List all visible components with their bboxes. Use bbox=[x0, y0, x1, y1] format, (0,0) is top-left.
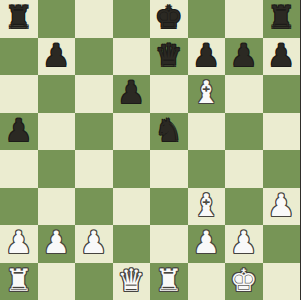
square-b3[interactable] bbox=[38, 188, 76, 226]
square-f6[interactable]: ♝ bbox=[188, 75, 226, 113]
square-a3[interactable] bbox=[0, 188, 38, 226]
white-pawn-g2[interactable]: ♟ bbox=[230, 227, 258, 258]
square-h3[interactable]: ♟ bbox=[263, 188, 301, 226]
square-d5[interactable] bbox=[113, 113, 151, 151]
square-g5[interactable] bbox=[225, 113, 263, 151]
square-b4[interactable] bbox=[38, 150, 76, 188]
square-f1[interactable] bbox=[188, 263, 226, 300]
square-b1[interactable] bbox=[38, 263, 76, 300]
square-a1[interactable]: ♜ bbox=[0, 263, 38, 300]
square-b7[interactable]: ♟ bbox=[38, 38, 76, 76]
square-b2[interactable]: ♟ bbox=[38, 225, 76, 263]
square-a8[interactable]: ♜ bbox=[0, 0, 38, 38]
black-pawn-a5[interactable]: ♟ bbox=[5, 115, 33, 146]
square-c6[interactable] bbox=[75, 75, 113, 113]
square-a5[interactable]: ♟ bbox=[0, 113, 38, 151]
chess-board: ♜♚♜♟♛♟♟♟♟♝♟♞♝♟♟♟♟♟♟♜♛♜♚ bbox=[0, 0, 300, 300]
square-b8[interactable] bbox=[38, 0, 76, 38]
square-d4[interactable] bbox=[113, 150, 151, 188]
white-bishop-f3[interactable]: ♝ bbox=[192, 190, 220, 221]
square-h2[interactable] bbox=[263, 225, 301, 263]
white-pawn-a2[interactable]: ♟ bbox=[5, 227, 33, 258]
square-c2[interactable]: ♟ bbox=[75, 225, 113, 263]
black-pawn-h7[interactable]: ♟ bbox=[267, 40, 295, 71]
black-knight-e5[interactable]: ♞ bbox=[155, 115, 183, 146]
square-h6[interactable] bbox=[263, 75, 301, 113]
white-rook-e1[interactable]: ♜ bbox=[155, 265, 183, 296]
square-c1[interactable] bbox=[75, 263, 113, 300]
square-e5[interactable]: ♞ bbox=[150, 113, 188, 151]
black-rook-a8[interactable]: ♜ bbox=[5, 2, 33, 33]
square-g1[interactable]: ♚ bbox=[225, 263, 263, 300]
square-e3[interactable] bbox=[150, 188, 188, 226]
square-f3[interactable]: ♝ bbox=[188, 188, 226, 226]
square-d3[interactable] bbox=[113, 188, 151, 226]
square-d8[interactable] bbox=[113, 0, 151, 38]
square-c4[interactable] bbox=[75, 150, 113, 188]
square-d7[interactable] bbox=[113, 38, 151, 76]
black-king-e8[interactable]: ♚ bbox=[155, 2, 183, 33]
square-f7[interactable]: ♟ bbox=[188, 38, 226, 76]
square-d2[interactable] bbox=[113, 225, 151, 263]
square-g2[interactable]: ♟ bbox=[225, 225, 263, 263]
square-h1[interactable] bbox=[263, 263, 301, 300]
white-pawn-b2[interactable]: ♟ bbox=[42, 227, 70, 258]
square-c8[interactable] bbox=[75, 0, 113, 38]
square-g6[interactable] bbox=[225, 75, 263, 113]
white-pawn-c2[interactable]: ♟ bbox=[80, 227, 108, 258]
square-f8[interactable] bbox=[188, 0, 226, 38]
square-e2[interactable] bbox=[150, 225, 188, 263]
square-g7[interactable]: ♟ bbox=[225, 38, 263, 76]
square-e8[interactable]: ♚ bbox=[150, 0, 188, 38]
white-pawn-h3[interactable]: ♟ bbox=[267, 190, 295, 221]
square-e4[interactable] bbox=[150, 150, 188, 188]
square-g8[interactable] bbox=[225, 0, 263, 38]
white-king-g1[interactable]: ♚ bbox=[230, 265, 258, 296]
square-c3[interactable] bbox=[75, 188, 113, 226]
white-queen-d1[interactable]: ♛ bbox=[117, 265, 145, 296]
square-a7[interactable] bbox=[0, 38, 38, 76]
white-rook-a1[interactable]: ♜ bbox=[5, 265, 33, 296]
square-d1[interactable]: ♛ bbox=[113, 263, 151, 300]
black-queen-e7[interactable]: ♛ bbox=[155, 40, 183, 71]
white-bishop-f6[interactable]: ♝ bbox=[192, 77, 220, 108]
square-c7[interactable] bbox=[75, 38, 113, 76]
square-b6[interactable] bbox=[38, 75, 76, 113]
square-a4[interactable] bbox=[0, 150, 38, 188]
black-rook-h8[interactable]: ♜ bbox=[267, 2, 295, 33]
square-b5[interactable] bbox=[38, 113, 76, 151]
square-h8[interactable]: ♜ bbox=[263, 0, 301, 38]
square-h7[interactable]: ♟ bbox=[263, 38, 301, 76]
square-f2[interactable]: ♟ bbox=[188, 225, 226, 263]
black-pawn-f7[interactable]: ♟ bbox=[192, 40, 220, 71]
square-e7[interactable]: ♛ bbox=[150, 38, 188, 76]
square-f5[interactable] bbox=[188, 113, 226, 151]
white-pawn-f2[interactable]: ♟ bbox=[192, 227, 220, 258]
square-d6[interactable]: ♟ bbox=[113, 75, 151, 113]
black-pawn-b7[interactable]: ♟ bbox=[42, 40, 70, 71]
square-h4[interactable] bbox=[263, 150, 301, 188]
square-e6[interactable] bbox=[150, 75, 188, 113]
square-c5[interactable] bbox=[75, 113, 113, 151]
square-g3[interactable] bbox=[225, 188, 263, 226]
square-f4[interactable] bbox=[188, 150, 226, 188]
square-h5[interactable] bbox=[263, 113, 301, 151]
square-a2[interactable]: ♟ bbox=[0, 225, 38, 263]
black-pawn-g7[interactable]: ♟ bbox=[230, 40, 258, 71]
black-pawn-d6[interactable]: ♟ bbox=[117, 77, 145, 108]
square-g4[interactable] bbox=[225, 150, 263, 188]
square-a6[interactable] bbox=[0, 75, 38, 113]
square-e1[interactable]: ♜ bbox=[150, 263, 188, 300]
